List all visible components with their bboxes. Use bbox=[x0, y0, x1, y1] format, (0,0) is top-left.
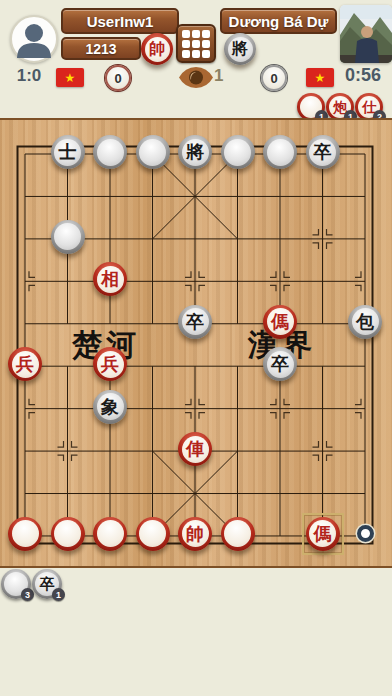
person-icon bbox=[12, 17, 56, 61]
right-counter-badge: 0 bbox=[261, 65, 287, 91]
captured-red-pieces-tray: 1炮1仕2 bbox=[297, 93, 383, 121]
piece-glyph: 象 bbox=[97, 393, 124, 420]
piece-red-chariot[interactable]: 俥 bbox=[178, 432, 212, 466]
left-flag-vietnam: ★ bbox=[56, 68, 84, 87]
piece-glyph: 士 bbox=[54, 139, 81, 166]
left-player-avatar[interactable] bbox=[10, 15, 58, 63]
match-score: 1:0 bbox=[6, 66, 52, 86]
piece-black-hidden[interactable] bbox=[93, 135, 127, 169]
piece-red-hidden[interactable] bbox=[8, 517, 42, 551]
piece-black-soldier[interactable]: 卒 bbox=[178, 305, 212, 339]
captured-black-hidden: 3 bbox=[1, 569, 31, 599]
piece-red-king[interactable]: 帥 bbox=[178, 517, 212, 551]
last-move-origin-marker bbox=[357, 525, 374, 542]
red-side-badge: 帥 bbox=[141, 33, 173, 65]
left-counter-badge: 0 bbox=[105, 65, 131, 91]
piece-glyph bbox=[54, 223, 81, 250]
black-side-badge: 將 bbox=[224, 33, 256, 65]
piece-glyph: 將 bbox=[182, 139, 209, 166]
piece-red-hidden[interactable] bbox=[221, 517, 255, 551]
piece-glyph: 俥 bbox=[182, 436, 209, 463]
piece-black-elephant[interactable]: 象 bbox=[93, 390, 127, 424]
piece-red-hidden[interactable] bbox=[136, 517, 170, 551]
avatar-photo bbox=[340, 5, 392, 63]
piece-glyph bbox=[224, 139, 251, 166]
right-player-avatar[interactable] bbox=[340, 5, 392, 63]
piece-glyph bbox=[12, 520, 39, 547]
menu-grid-button[interactable] bbox=[176, 24, 216, 63]
piece-layer: 士將卒相卒傌包兵兵卒象俥帥傌 bbox=[0, 118, 392, 568]
piece-glyph: 卒 bbox=[182, 308, 209, 335]
piece-red-soldier[interactable]: 兵 bbox=[93, 347, 127, 381]
piece-glyph bbox=[97, 139, 124, 166]
spectator-count: 1 bbox=[214, 66, 223, 86]
right-flag-vietnam: ★ bbox=[306, 68, 334, 87]
piece-glyph: 卒 bbox=[267, 351, 294, 378]
piece-glyph: 卒 bbox=[309, 139, 336, 166]
spectator-eye-icon bbox=[178, 66, 214, 93]
captured-red-advisor: 仕2 bbox=[355, 93, 383, 121]
piece-black-advisor[interactable]: 士 bbox=[51, 135, 85, 169]
piece-red-hidden[interactable] bbox=[93, 517, 127, 551]
left-player-rating: 1213 bbox=[61, 37, 141, 60]
xiangqi-app-screen: UserInw1 1213 帥 Dương Bá Dự 將 1:0 ★ 0 bbox=[0, 0, 392, 696]
piece-red-horse[interactable]: 傌 bbox=[263, 305, 297, 339]
left-player-name: UserInw1 bbox=[61, 8, 179, 34]
piece-glyph: 包 bbox=[352, 308, 379, 335]
captured-red-cannon: 炮1 bbox=[326, 93, 354, 121]
piece-black-hidden[interactable] bbox=[221, 135, 255, 169]
piece-black-soldier[interactable]: 卒 bbox=[263, 347, 297, 381]
piece-red-soldier[interactable]: 兵 bbox=[8, 347, 42, 381]
piece-black-cannon[interactable]: 包 bbox=[348, 305, 382, 339]
piece-glyph: 相 bbox=[97, 266, 124, 293]
piece-red-elephant[interactable]: 相 bbox=[93, 262, 127, 296]
piece-glyph bbox=[267, 139, 294, 166]
piece-black-hidden[interactable] bbox=[51, 220, 85, 254]
captured-count-badge: 1 bbox=[52, 588, 65, 601]
captured-black-soldier: 卒1 bbox=[32, 569, 62, 599]
piece-glyph bbox=[224, 520, 251, 547]
piece-glyph: 兵 bbox=[97, 351, 124, 378]
grid-icon bbox=[182, 30, 210, 58]
piece-glyph bbox=[54, 520, 81, 547]
piece-black-hidden[interactable] bbox=[136, 135, 170, 169]
move-timer: 0:56 bbox=[336, 65, 390, 86]
piece-glyph bbox=[139, 520, 166, 547]
piece-black-king[interactable]: 將 bbox=[178, 135, 212, 169]
piece-glyph bbox=[97, 520, 124, 547]
right-player-name: Dương Bá Dự bbox=[220, 8, 337, 34]
piece-glyph bbox=[139, 139, 166, 166]
piece-black-hidden[interactable] bbox=[263, 135, 297, 169]
piece-red-hidden[interactable] bbox=[51, 517, 85, 551]
piece-glyph: 兵 bbox=[12, 351, 39, 378]
piece-glyph: 傌 bbox=[309, 520, 336, 547]
piece-red-horse[interactable]: 傌 bbox=[306, 517, 340, 551]
piece-black-soldier[interactable]: 卒 bbox=[306, 135, 340, 169]
piece-glyph: 傌 bbox=[267, 308, 294, 335]
captured-black-pieces-tray: 3卒1 bbox=[1, 569, 62, 599]
captured-red-hidden: 1 bbox=[297, 93, 325, 121]
piece-glyph: 帥 bbox=[182, 520, 209, 547]
